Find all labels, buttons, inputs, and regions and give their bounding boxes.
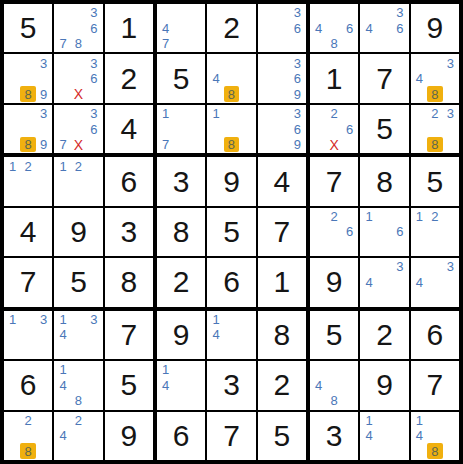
candidate-1: 1 [208, 312, 223, 327]
cell-r8c2[interactable]: 148 [54, 361, 102, 409]
candidate-6: 6 [342, 121, 357, 136]
cell-r6c8[interactable]: 34 [360, 258, 408, 306]
cell-r4c7[interactable]: 7 [310, 157, 358, 205]
candidate-3: 3 [443, 55, 458, 70]
empty-pencil-slot [377, 443, 392, 458]
cell-r4c4[interactable]: 3 [157, 157, 205, 205]
empty-pencil-slot [208, 86, 223, 101]
candidate-4: 4 [55, 378, 70, 393]
empty-pencil-slot [55, 413, 70, 428]
cell-r4c3[interactable]: 6 [105, 157, 153, 205]
solved-digit: 3 [157, 157, 205, 205]
candidate-6: 6 [290, 20, 305, 35]
pencil-marks: 24 [55, 413, 101, 459]
cell-r9c5[interactable]: 7 [207, 412, 255, 460]
solved-digit: 7 [258, 208, 306, 256]
cell-r6c1[interactable]: 7 [4, 258, 52, 306]
empty-pencil-slot [5, 443, 20, 458]
solved-digit: 2 [105, 54, 153, 102]
cell-r1c6[interactable]: 36 [258, 4, 306, 52]
empty-pencil-slot [377, 240, 392, 255]
empty-pencil-slot [377, 275, 392, 290]
empty-pencil-slot [208, 55, 223, 70]
pencil-marks: 346 [361, 5, 407, 51]
cell-r8c4[interactable]: 14 [157, 361, 205, 409]
pencil-marks: 16 [361, 209, 407, 255]
solved-digit: 5 [207, 208, 255, 256]
empty-pencil-slot [86, 174, 101, 189]
empty-pencil-slot [55, 20, 70, 35]
cell-r7c3[interactable]: 7 [105, 311, 153, 359]
empty-pencil-slot [443, 240, 458, 255]
cell-r9c3[interactable]: 9 [105, 412, 153, 460]
cell-r1c8[interactable]: 346 [360, 4, 408, 52]
empty-pencil-slot [274, 106, 289, 121]
empty-pencil-slot [274, 137, 289, 152]
empty-pencil-slot [189, 393, 204, 408]
candidate-4: 4 [311, 378, 326, 393]
cell-r2c1[interactable]: 389 [4, 54, 52, 102]
empty-pencil-slot [71, 71, 86, 86]
empty-pencil-slot [189, 378, 204, 393]
cell-r9c7[interactable]: 3 [310, 412, 358, 460]
box-7: 1313476148528249 [4, 311, 153, 460]
empty-pencil-slot [377, 428, 392, 443]
empty-pencil-slot [5, 174, 20, 189]
empty-pencil-slot [259, 20, 274, 35]
empty-pencil-slot [342, 5, 357, 20]
box-9: 5264897314148 [310, 311, 459, 460]
cell-r2c2[interactable]: 36X [54, 54, 102, 102]
solved-digit: 9 [310, 258, 358, 306]
cell-r1c5[interactable]: 2 [207, 4, 255, 52]
cell-r1c4[interactable]: 47 [157, 4, 205, 52]
cell-r5c7[interactable]: 26 [310, 208, 358, 256]
empty-pencil-slot [71, 343, 86, 358]
candidate-2: 2 [71, 158, 86, 173]
empty-pencil-slot [361, 224, 376, 239]
cell-r4c8[interactable]: 8 [360, 157, 408, 205]
cell-r7c2[interactable]: 134 [54, 311, 102, 359]
empty-pencil-slot [259, 71, 274, 86]
cell-r7c9[interactable]: 6 [411, 311, 459, 359]
pencil-marks: 348 [412, 55, 458, 101]
empty-pencil-slot [377, 5, 392, 20]
solved-digit: 9 [157, 311, 205, 359]
empty-pencil-slot [36, 327, 51, 342]
candidate-2: 2 [20, 158, 35, 173]
cell-r7c1[interactable]: 13 [4, 311, 52, 359]
candidate-8-highlighted: 8 [427, 137, 442, 152]
empty-pencil-slot [173, 5, 188, 20]
pencil-marks: 48 [208, 55, 254, 101]
candidate-9: 9 [36, 86, 51, 101]
cell-r4c6[interactable]: 4 [258, 157, 306, 205]
cell-r4c1[interactable]: 12 [4, 157, 52, 205]
empty-pencil-slot [326, 378, 341, 393]
empty-pencil-slot [189, 121, 204, 136]
cell-r2c5[interactable]: 48 [207, 54, 255, 102]
empty-pencil-slot [71, 121, 86, 136]
candidate-1: 1 [361, 413, 376, 428]
candidate-4: 4 [158, 378, 173, 393]
empty-pencil-slot [427, 290, 442, 305]
candidate-8-highlighted: 8 [224, 86, 239, 101]
empty-pencil-slot [20, 312, 35, 327]
candidate-6: 6 [342, 20, 357, 35]
empty-pencil-slot [5, 137, 20, 152]
empty-pencil-slot [5, 413, 20, 428]
empty-pencil-slot [274, 55, 289, 70]
cell-r5c6[interactable]: 7 [258, 208, 306, 256]
empty-pencil-slot [342, 362, 357, 377]
empty-pencil-slot [20, 428, 35, 443]
candidate-1: 1 [158, 362, 173, 377]
empty-pencil-slot [5, 189, 20, 204]
solved-digit: 4 [4, 208, 52, 256]
empty-pencil-slot [377, 413, 392, 428]
cell-r5c9[interactable]: 12 [411, 208, 459, 256]
empty-pencil-slot [392, 413, 407, 428]
empty-pencil-slot [443, 443, 458, 458]
empty-pencil-slot [55, 71, 70, 86]
empty-pencil-slot [86, 428, 101, 443]
candidate-1: 1 [55, 312, 70, 327]
solved-digit: 4 [258, 157, 306, 205]
cell-r3c3[interactable]: 4 [105, 105, 153, 153]
empty-pencil-slot [20, 106, 35, 121]
cell-r7c4[interactable]: 9 [157, 311, 205, 359]
candidate-3: 3 [86, 312, 101, 327]
cell-r9c2[interactable]: 24 [54, 412, 102, 460]
cell-r8c7[interactable]: 48 [310, 361, 358, 409]
empty-pencil-slot [189, 5, 204, 20]
cell-r6c7[interactable]: 9 [310, 258, 358, 306]
cell-r4c9[interactable]: 5 [411, 157, 459, 205]
candidate-8-highlighted: 8 [20, 86, 35, 101]
cell-r6c9[interactable]: 34 [411, 258, 459, 306]
empty-pencil-slot [412, 290, 427, 305]
cell-r3c1[interactable]: 389 [4, 105, 52, 153]
empty-pencil-slot [290, 36, 305, 51]
cell-r4c2[interactable]: 12 [54, 157, 102, 205]
empty-pencil-slot [5, 55, 20, 70]
candidate-1: 1 [208, 106, 223, 121]
solved-digit: 9 [54, 208, 102, 256]
candidate-6: 6 [290, 121, 305, 136]
pencil-marks: 28 [5, 413, 51, 459]
pencil-marks: 34 [412, 259, 458, 305]
empty-pencil-slot [71, 378, 86, 393]
cell-r2c9[interactable]: 348 [411, 54, 459, 102]
solved-digit: 4 [105, 105, 153, 153]
candidate-4: 4 [412, 71, 427, 86]
candidate-7: 7 [55, 137, 70, 152]
solved-digit: 7 [105, 311, 153, 359]
empty-pencil-slot [377, 290, 392, 305]
cell-r7c8[interactable]: 2 [360, 311, 408, 359]
empty-pencil-slot [5, 71, 20, 86]
empty-pencil-slot [443, 224, 458, 239]
cell-r2c3[interactable]: 2 [105, 54, 153, 102]
pencil-marks: 148 [412, 413, 458, 459]
empty-pencil-slot [443, 428, 458, 443]
cell-r9c6[interactable]: 5 [258, 412, 306, 460]
empty-pencil-slot [392, 240, 407, 255]
cell-r1c2[interactable]: 3678 [54, 4, 102, 52]
cell-r8c6[interactable]: 2 [258, 361, 306, 409]
solved-digit: 1 [105, 4, 153, 52]
pencil-marks: 12 [55, 158, 101, 204]
empty-pencil-slot [71, 5, 86, 20]
cell-r8c9[interactable]: 7 [411, 361, 459, 409]
empty-pencil-slot [5, 343, 20, 358]
empty-pencil-slot [173, 393, 188, 408]
solved-digit: 7 [411, 361, 459, 409]
cell-r5c3[interactable]: 3 [105, 208, 153, 256]
empty-pencil-slot [342, 137, 357, 152]
pencil-marks: 36 [259, 5, 305, 51]
candidate-1: 1 [5, 158, 20, 173]
cell-r1c3[interactable]: 1 [105, 4, 153, 52]
empty-pencil-slot [20, 327, 35, 342]
candidate-4: 4 [412, 428, 427, 443]
candidate-6: 6 [290, 71, 305, 86]
cell-r3c5[interactable]: 18 [207, 105, 255, 153]
solved-digit: 5 [258, 412, 306, 460]
empty-pencil-slot [326, 362, 341, 377]
empty-pencil-slot [86, 393, 101, 408]
candidate-2: 2 [427, 106, 442, 121]
solved-digit: 2 [157, 258, 205, 306]
empty-pencil-slot [274, 71, 289, 86]
pencil-marks: 14 [361, 413, 407, 459]
empty-pencil-slot [224, 343, 239, 358]
pencil-marks: 48 [311, 362, 357, 408]
empty-pencil-slot [311, 362, 326, 377]
cell-r5c4[interactable]: 8 [157, 208, 205, 256]
empty-pencil-slot [427, 275, 442, 290]
candidate-8: 8 [326, 36, 341, 51]
empty-pencil-slot [443, 137, 458, 152]
solved-digit: 6 [4, 361, 52, 409]
candidate-1: 1 [412, 413, 427, 428]
empty-pencil-slot [158, 121, 173, 136]
empty-pencil-slot [342, 209, 357, 224]
cell-r2c7[interactable]: 1 [310, 54, 358, 102]
empty-pencil-slot [274, 121, 289, 136]
cell-r9c8[interactable]: 14 [360, 412, 408, 460]
solved-digit: 6 [105, 157, 153, 205]
cell-r9c1[interactable]: 28 [4, 412, 52, 460]
solved-digit: 1 [258, 258, 306, 306]
empty-pencil-slot [86, 36, 101, 51]
candidate-4: 4 [412, 275, 427, 290]
empty-pencil-slot [20, 174, 35, 189]
empty-pencil-slot [55, 343, 70, 358]
empty-pencil-slot [443, 413, 458, 428]
eliminated-candidate-8-x-mark: X [71, 137, 86, 152]
cell-r3c2[interactable]: 367X [54, 105, 102, 153]
empty-pencil-slot [55, 55, 70, 70]
cell-r1c9[interactable]: 9 [411, 4, 459, 52]
candidate-3: 3 [392, 259, 407, 274]
cell-r1c7[interactable]: 468 [310, 4, 358, 52]
empty-pencil-slot [443, 71, 458, 86]
empty-pencil-slot [86, 327, 101, 342]
empty-pencil-slot [71, 174, 86, 189]
cell-r7c5[interactable]: 14 [207, 311, 255, 359]
empty-pencil-slot [377, 36, 392, 51]
empty-pencil-slot [55, 121, 70, 136]
cell-r9c4[interactable]: 6 [157, 412, 205, 460]
empty-pencil-slot [158, 393, 173, 408]
solved-digit: 1 [310, 54, 358, 102]
pencil-marks: 12 [5, 158, 51, 204]
cell-r2c8[interactable]: 7 [360, 54, 408, 102]
empty-pencil-slot [71, 20, 86, 35]
cell-r5c5[interactable]: 5 [207, 208, 255, 256]
pencil-marks: 369 [259, 106, 305, 152]
candidate-3: 3 [443, 259, 458, 274]
cell-r5c2[interactable]: 9 [54, 208, 102, 256]
cell-r7c6[interactable]: 8 [258, 311, 306, 359]
empty-pencil-slot [71, 189, 86, 204]
empty-pencil-slot [427, 55, 442, 70]
empty-pencil-slot [443, 86, 458, 101]
solved-digit: 6 [411, 311, 459, 359]
candidate-6: 6 [342, 224, 357, 239]
empty-pencil-slot [189, 137, 204, 152]
pencil-marks: 389 [5, 106, 51, 152]
cell-r2c6[interactable]: 369 [258, 54, 306, 102]
empty-pencil-slot [36, 158, 51, 173]
cell-r3c8[interactable]: 5 [360, 105, 408, 153]
empty-pencil-slot [412, 137, 427, 152]
pencil-marks: 134 [55, 312, 101, 358]
cell-r5c1[interactable]: 4 [4, 208, 52, 256]
cell-r8c5[interactable]: 3 [207, 361, 255, 409]
empty-pencil-slot [189, 362, 204, 377]
empty-pencil-slot [342, 106, 357, 121]
cell-r6c5[interactable]: 6 [207, 258, 255, 306]
empty-pencil-slot [412, 443, 427, 458]
box-4: 12126493758 [4, 157, 153, 306]
cell-r2c4[interactable]: 5 [157, 54, 205, 102]
candidate-1: 1 [55, 158, 70, 173]
candidate-1: 1 [412, 209, 427, 224]
candidate-3: 3 [36, 55, 51, 70]
empty-pencil-slot [55, 393, 70, 408]
empty-pencil-slot [55, 189, 70, 204]
empty-pencil-slot [427, 428, 442, 443]
empty-pencil-slot [239, 55, 254, 70]
empty-pencil-slot [71, 362, 86, 377]
empty-pencil-slot [412, 106, 427, 121]
empty-pencil-slot [36, 343, 51, 358]
candidate-4: 4 [361, 275, 376, 290]
candidate-4: 4 [55, 327, 70, 342]
empty-pencil-slot [208, 343, 223, 358]
solved-digit: 2 [360, 311, 408, 359]
empty-pencil-slot [412, 121, 427, 136]
empty-pencil-slot [311, 5, 326, 20]
empty-pencil-slot [326, 121, 341, 136]
pencil-marks: 3678 [55, 5, 101, 51]
cell-r3c6[interactable]: 369 [258, 105, 306, 153]
cell-r9c9[interactable]: 148 [411, 412, 459, 460]
empty-pencil-slot [5, 327, 20, 342]
empty-pencil-slot [71, 106, 86, 121]
empty-pencil-slot [259, 137, 274, 152]
cell-r6c4[interactable]: 2 [157, 258, 205, 306]
candidate-3: 3 [36, 106, 51, 121]
cell-r3c9[interactable]: 238 [411, 105, 459, 153]
solved-digit: 5 [105, 361, 153, 409]
cell-r1c1[interactable]: 5 [4, 4, 52, 52]
empty-pencil-slot [427, 224, 442, 239]
empty-pencil-slot [5, 428, 20, 443]
empty-pencil-slot [311, 137, 326, 152]
candidate-8-highlighted: 8 [20, 137, 35, 152]
cell-r4c5[interactable]: 9 [207, 157, 255, 205]
cell-r3c7[interactable]: 26X [310, 105, 358, 153]
solved-digit: 9 [207, 157, 255, 205]
empty-pencil-slot [361, 290, 376, 305]
cell-r6c6[interactable]: 1 [258, 258, 306, 306]
cell-r8c3[interactable]: 5 [105, 361, 153, 409]
box-2: 472365483691718369 [157, 4, 306, 153]
empty-pencil-slot [274, 5, 289, 20]
cell-r8c1[interactable]: 6 [4, 361, 52, 409]
empty-pencil-slot [189, 20, 204, 35]
empty-pencil-slot [224, 327, 239, 342]
solved-digit: 9 [360, 361, 408, 409]
candidate-3: 3 [36, 312, 51, 327]
candidate-8: 8 [326, 393, 341, 408]
empty-pencil-slot [326, 20, 341, 35]
empty-pencil-slot [311, 36, 326, 51]
cell-r5c8[interactable]: 16 [360, 208, 408, 256]
empty-pencil-slot [86, 158, 101, 173]
empty-pencil-slot [361, 259, 376, 274]
pencil-marks: 238 [412, 106, 458, 152]
eliminated-candidate-8-x-mark: X [326, 137, 341, 152]
box-1: 53678138936X2389367X4 [4, 4, 153, 153]
empty-pencil-slot [326, 5, 341, 20]
cell-r8c8[interactable]: 9 [360, 361, 408, 409]
cell-r3c4[interactable]: 17 [157, 105, 205, 153]
pencil-marks: 12 [412, 209, 458, 255]
candidate-4: 4 [361, 428, 376, 443]
empty-pencil-slot [20, 343, 35, 358]
empty-pencil-slot [189, 106, 204, 121]
empty-pencil-slot [239, 121, 254, 136]
solved-digit: 7 [310, 157, 358, 205]
empty-pencil-slot [55, 443, 70, 458]
empty-pencil-slot [208, 121, 223, 136]
empty-pencil-slot [55, 86, 70, 101]
empty-pencil-slot [224, 121, 239, 136]
solved-digit: 9 [411, 4, 459, 52]
empty-pencil-slot [361, 240, 376, 255]
empty-pencil-slot [412, 55, 427, 70]
empty-pencil-slot [239, 71, 254, 86]
cell-r6c2[interactable]: 5 [54, 258, 102, 306]
cell-r7c7[interactable]: 5 [310, 311, 358, 359]
empty-pencil-slot [86, 362, 101, 377]
cell-r6c3[interactable]: 8 [105, 258, 153, 306]
